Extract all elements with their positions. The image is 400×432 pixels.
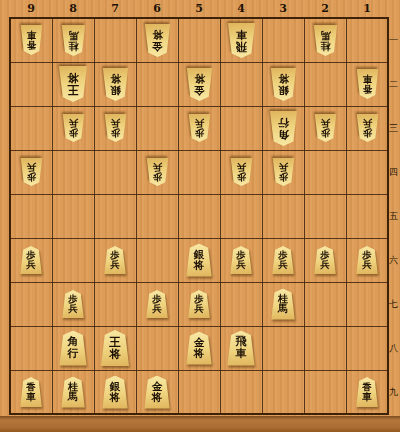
- shogi-piece-fu-16-sente[interactable]: 歩兵: [356, 246, 379, 274]
- shogi-piece-fu-36-sente[interactable]: 歩兵: [272, 246, 295, 274]
- piece-kanji: 銀: [110, 84, 121, 95]
- rank-label-1: 一: [387, 18, 400, 62]
- shogi-piece-kyo-12-gote[interactable]: 香車: [356, 69, 379, 99]
- rank-label-2: 二: [387, 62, 400, 106]
- piece-kanji: 歩: [152, 172, 162, 182]
- piece-kanji: 馬: [68, 392, 78, 403]
- shogi-piece-kin-52-gote[interactable]: 金将: [186, 68, 213, 101]
- rank-label-6: 六: [387, 238, 400, 282]
- piece-face: 金将: [144, 24, 171, 57]
- file-label-3: 3: [262, 1, 304, 17]
- piece-kanji: 香: [26, 40, 36, 50]
- board-front-edge: [0, 416, 400, 432]
- piece-face: 歩兵: [188, 114, 211, 142]
- piece-kanji: 兵: [194, 304, 204, 314]
- piece-face: 金将: [186, 332, 213, 365]
- piece-kanji: 歩: [320, 128, 330, 138]
- file-label-4: 4: [220, 1, 262, 17]
- piece-face: 歩兵: [104, 246, 127, 274]
- piece-kanji: 兵: [26, 162, 36, 172]
- piece-face: 歩兵: [230, 246, 253, 274]
- piece-kanji: 金: [152, 40, 163, 51]
- file-label-6: 6: [136, 1, 178, 17]
- shogi-piece-fu-53-gote[interactable]: 歩兵: [188, 114, 211, 142]
- piece-face: 桂馬: [61, 377, 86, 408]
- shogi-piece-fu-76-sente[interactable]: 歩兵: [104, 246, 127, 274]
- shogi-piece-hi-41-gote[interactable]: 飛車: [227, 23, 256, 58]
- rank-label-4: 四: [387, 150, 400, 194]
- piece-kanji: 馬: [68, 30, 78, 41]
- piece-kanji: 兵: [236, 260, 246, 270]
- piece-kanji: 香: [362, 84, 372, 94]
- shogi-piece-fu-13-gote[interactable]: 歩兵: [356, 114, 379, 142]
- piece-face: 角行: [269, 111, 298, 146]
- piece-face: 金将: [186, 68, 213, 101]
- piece-face: 歩兵: [188, 290, 211, 318]
- file-label-1: 1: [346, 1, 388, 17]
- shogi-piece-fu-83-gote[interactable]: 歩兵: [62, 114, 85, 142]
- piece-kanji: 将: [67, 72, 79, 84]
- piece-kanji: 兵: [152, 162, 162, 172]
- piece-kanji: 歩: [194, 128, 204, 138]
- piece-kanji: 将: [194, 260, 205, 271]
- piece-kanji: 歩: [278, 172, 288, 182]
- piece-face: 王将: [58, 66, 88, 102]
- piece-kanji: 飛: [236, 40, 247, 52]
- piece-face: 角行: [59, 331, 88, 366]
- piece-face: 歩兵: [314, 114, 337, 142]
- piece-kanji: 行: [68, 348, 79, 360]
- shogi-piece-fu-96-sente[interactable]: 歩兵: [20, 246, 43, 274]
- piece-kanji: 兵: [362, 260, 372, 270]
- shogi-piece-fu-67-sente[interactable]: 歩兵: [146, 290, 169, 318]
- piece-face: 歩兵: [356, 114, 379, 142]
- file-label-7: 7: [94, 1, 136, 17]
- shogi-piece-kyo-99-sente[interactable]: 香車: [20, 377, 43, 407]
- shogi-piece-gin-72-gote[interactable]: 銀将: [102, 68, 129, 101]
- shogi-piece-gin-79-sente[interactable]: 銀将: [102, 376, 129, 409]
- piece-kanji: 将: [278, 73, 289, 84]
- piece-face: 王将: [100, 330, 130, 366]
- piece-kanji: 歩: [236, 172, 246, 182]
- piece-kanji: 桂: [68, 40, 78, 51]
- piece-kanji: 兵: [110, 260, 120, 270]
- piece-kanji: 兵: [68, 304, 78, 314]
- piece-face: 銀将: [270, 68, 297, 101]
- piece-kanji: 金: [194, 84, 205, 95]
- piece-kanji: 将: [109, 348, 121, 360]
- shogi-piece-kin-58-sente[interactable]: 金将: [186, 332, 213, 365]
- piece-kanji: 馬: [320, 30, 330, 41]
- piece-kanji: 車: [362, 74, 372, 84]
- piece-face: 歩兵: [20, 158, 43, 186]
- piece-face: 桂馬: [271, 289, 296, 320]
- piece-face: 歩兵: [20, 246, 43, 274]
- shogi-piece-kei-81-gote[interactable]: 桂馬: [61, 25, 86, 56]
- piece-face: 銀将: [102, 68, 129, 101]
- shogi-piece-fu-57-sente[interactable]: 歩兵: [188, 290, 211, 318]
- shogi-piece-kaku-33-gote[interactable]: 角行: [269, 111, 298, 146]
- piece-face: 銀将: [102, 376, 129, 409]
- piece-kanji: 兵: [278, 162, 288, 172]
- piece-face: 歩兵: [146, 290, 169, 318]
- piece-kanji: 兵: [320, 260, 330, 270]
- piece-kanji: 兵: [110, 118, 120, 128]
- shogi-piece-fu-26-sente[interactable]: 歩兵: [314, 246, 337, 274]
- shogi-piece-kei-21-gote[interactable]: 桂馬: [313, 25, 338, 56]
- piece-face: 香車: [356, 377, 379, 407]
- shogi-piece-fu-44-gote[interactable]: 歩兵: [230, 158, 253, 186]
- shogi-piece-kyo-19-sente[interactable]: 香車: [356, 377, 379, 407]
- piece-kanji: 車: [26, 30, 36, 40]
- piece-face: 桂馬: [61, 25, 86, 56]
- file-label-8: 8: [52, 1, 94, 17]
- piece-kanji: 兵: [26, 260, 36, 270]
- shogi-piece-gin-56-sente[interactable]: 銀将: [186, 244, 213, 277]
- piece-face: 歩兵: [272, 246, 295, 274]
- piece-kanji: 角: [278, 128, 289, 140]
- file-label-2: 2: [304, 1, 346, 17]
- piece-face: 歩兵: [356, 246, 379, 274]
- shogi-piece-kyo-91-gote[interactable]: 香車: [20, 25, 43, 55]
- piece-face: 香車: [356, 69, 379, 99]
- rank-label-7: 七: [387, 282, 400, 326]
- shogi-piece-fu-34-gote[interactable]: 歩兵: [272, 158, 295, 186]
- shogi-piece-fu-87-sente[interactable]: 歩兵: [62, 290, 85, 318]
- piece-kanji: 車: [26, 392, 36, 402]
- piece-face: 飛車: [227, 331, 256, 366]
- piece-kanji: 将: [152, 29, 163, 40]
- piece-kanji: 歩: [26, 172, 36, 182]
- piece-kanji: 将: [110, 392, 121, 403]
- shogi-piece-fu-64-gote[interactable]: 歩兵: [146, 158, 169, 186]
- piece-face: 金将: [144, 376, 171, 409]
- piece-kanji: 行: [278, 116, 289, 128]
- rank-label-3: 三: [387, 106, 400, 150]
- piece-kanji: 車: [236, 348, 247, 360]
- piece-kanji: 車: [236, 28, 247, 40]
- shogi-piece-hi-48-sente[interactable]: 飛車: [227, 331, 256, 366]
- piece-face: 歩兵: [230, 158, 253, 186]
- piece-face: 歩兵: [104, 114, 127, 142]
- piece-kanji: 兵: [152, 304, 162, 314]
- piece-kanji: 馬: [278, 304, 288, 315]
- shogi-piece-fu-73-gote[interactable]: 歩兵: [104, 114, 127, 142]
- file-label-5: 5: [178, 1, 220, 17]
- piece-face: 香車: [20, 25, 43, 55]
- piece-kanji: 歩: [362, 128, 372, 138]
- shogi-board[interactable]: 香車桂馬金将飛車桂馬王将銀将金将銀将香車歩兵歩兵歩兵角行歩兵歩兵歩兵歩兵歩兵歩兵…: [10, 18, 388, 414]
- shogi-piece-kin-61-gote[interactable]: 金将: [144, 24, 171, 57]
- piece-kanji: 兵: [278, 260, 288, 270]
- piece-kanji: 歩: [110, 128, 120, 138]
- piece-kanji: 兵: [194, 118, 204, 128]
- piece-kanji: 将: [194, 73, 205, 84]
- piece-kanji: 車: [362, 392, 372, 402]
- piece-face: 歩兵: [272, 158, 295, 186]
- rank-label-9: 九: [387, 370, 400, 414]
- shogi-piece-fu-23-gote[interactable]: 歩兵: [314, 114, 337, 142]
- piece-kanji: 将: [110, 73, 121, 84]
- shogi-piece-kei-37-sente[interactable]: 桂馬: [271, 289, 296, 320]
- piece-kanji: 将: [194, 348, 205, 359]
- piece-kanji: 兵: [236, 162, 246, 172]
- piece-face: 歩兵: [314, 246, 337, 274]
- piece-face: 飛車: [227, 23, 256, 58]
- file-label-9: 9: [10, 1, 52, 17]
- rank-label-5: 五: [387, 194, 400, 238]
- shogi-piece-kei-89-sente[interactable]: 桂馬: [61, 377, 86, 408]
- piece-kanji: 王: [67, 84, 79, 96]
- shogi-piece-ou-78-sente[interactable]: 王将: [100, 330, 130, 366]
- shogi-piece-kaku-88-sente[interactable]: 角行: [59, 331, 88, 366]
- piece-face: 銀将: [186, 244, 213, 277]
- piece-kanji: 将: [152, 392, 163, 403]
- piece-kanji: 兵: [362, 118, 372, 128]
- piece-kanji: 兵: [320, 118, 330, 128]
- piece-kanji: 桂: [320, 40, 330, 51]
- shogi-piece-fu-94-gote[interactable]: 歩兵: [20, 158, 43, 186]
- shogi-piece-fu-46-sente[interactable]: 歩兵: [230, 246, 253, 274]
- piece-face: 香車: [20, 377, 43, 407]
- shogi-app-screen: 香車桂馬金将飛車桂馬王将銀将金将銀将香車歩兵歩兵歩兵角行歩兵歩兵歩兵歩兵歩兵歩兵…: [0, 0, 400, 432]
- piece-kanji: 銀: [278, 84, 289, 95]
- shogi-piece-ou-82-gote[interactable]: 王将: [58, 66, 88, 102]
- piece-face: 歩兵: [62, 114, 85, 142]
- piece-face: 桂馬: [313, 25, 338, 56]
- piece-face: 歩兵: [62, 290, 85, 318]
- shogi-piece-gin-32-gote[interactable]: 銀将: [270, 68, 297, 101]
- piece-kanji: 歩: [68, 128, 78, 138]
- piece-kanji: 兵: [68, 118, 78, 128]
- shogi-piece-kin-69-sente[interactable]: 金将: [144, 376, 171, 409]
- piece-face: 歩兵: [146, 158, 169, 186]
- rank-label-8: 八: [387, 326, 400, 370]
